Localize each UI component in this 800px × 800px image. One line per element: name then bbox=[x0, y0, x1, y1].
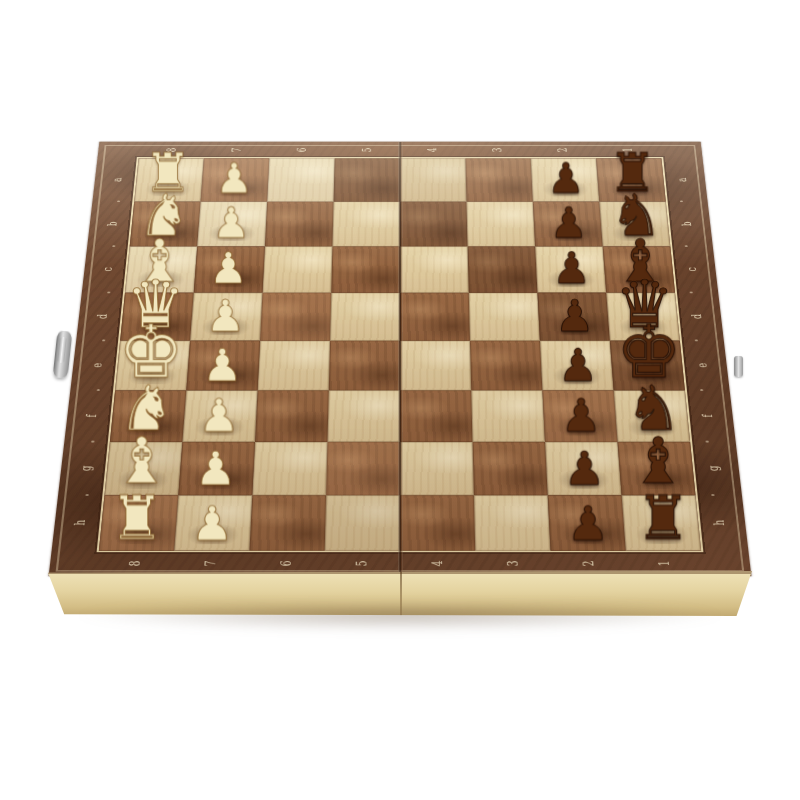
piece-white-pawn-a7: ♟ bbox=[215, 159, 252, 199]
square-g2: ♟ bbox=[545, 442, 622, 495]
piece-black-pawn-d2: ♟ bbox=[555, 295, 594, 337]
border-dot bbox=[685, 245, 688, 247]
square-h8: ♜ bbox=[99, 495, 178, 550]
border-dot bbox=[91, 441, 94, 443]
square-f5 bbox=[327, 390, 400, 441]
square-a2: ♟ bbox=[531, 158, 600, 201]
coord-left-file-d: d bbox=[85, 293, 120, 341]
square-g6 bbox=[252, 442, 327, 495]
square-f3 bbox=[471, 390, 545, 441]
square-c3 bbox=[468, 246, 538, 292]
square-e3 bbox=[470, 341, 542, 391]
square-c2: ♟ bbox=[535, 246, 606, 292]
chess-board: ♜♟♟♜♞♟♟♞♝♟♟♝♛♟♟♛♚♟♟♚♞♟♟♞♝♟♟♝♜♟♟♜ 8765432… bbox=[49, 142, 752, 577]
square-h5 bbox=[325, 495, 400, 550]
coord-bottom-rank-3: 3 bbox=[475, 553, 551, 574]
coord-left-file-c: c bbox=[91, 246, 125, 292]
piece-black-pawn-b2: ♟ bbox=[550, 203, 588, 243]
coord-top-rank-7: 7 bbox=[204, 143, 270, 156]
square-c5 bbox=[331, 246, 400, 292]
piece-white-pawn-f7: ♟ bbox=[199, 395, 240, 438]
piece-white-pawn-e7: ♟ bbox=[202, 344, 242, 386]
square-a4 bbox=[400, 158, 466, 201]
square-e2: ♟ bbox=[540, 341, 614, 391]
square-e7: ♟ bbox=[186, 341, 260, 391]
piece-white-pawn-g7: ♟ bbox=[195, 447, 237, 491]
piece-white-rook-h8: ♜ bbox=[110, 489, 164, 546]
square-f6 bbox=[255, 390, 329, 441]
border-dot bbox=[705, 441, 708, 443]
border-dot bbox=[700, 389, 703, 391]
piece-white-pawn-d7: ♟ bbox=[206, 295, 245, 337]
piece-black-pawn-g2: ♟ bbox=[564, 447, 606, 491]
coord-right-file-g: g bbox=[695, 442, 732, 495]
coord-right-file-a: a bbox=[666, 158, 699, 201]
square-c6 bbox=[262, 246, 332, 292]
square-b5 bbox=[332, 202, 400, 247]
square-g5 bbox=[326, 442, 400, 495]
coord-left-file-g: g bbox=[68, 442, 105, 495]
coord-bottom-rank-6: 6 bbox=[248, 553, 324, 574]
coord-bottom-rank-7: 7 bbox=[172, 553, 249, 574]
coord-top-rank-3: 3 bbox=[465, 143, 531, 156]
coord-right-file-c: c bbox=[675, 246, 709, 292]
coord-left-file-b: b bbox=[96, 202, 130, 247]
piece-black-pawn-f2: ♟ bbox=[561, 395, 602, 438]
coord-top-rank-4: 4 bbox=[400, 143, 465, 156]
square-h7: ♟ bbox=[174, 495, 252, 550]
square-e4 bbox=[400, 341, 471, 391]
square-g3 bbox=[473, 442, 548, 495]
coord-right-file-h: h bbox=[701, 495, 739, 550]
square-h6 bbox=[249, 495, 326, 550]
square-d2: ♟ bbox=[538, 293, 610, 341]
border-dot bbox=[711, 494, 714, 496]
coord-bottom-rank-5: 5 bbox=[324, 553, 400, 574]
piece-black-pawn-c2: ♟ bbox=[552, 248, 591, 289]
square-b2: ♟ bbox=[533, 202, 603, 247]
coord-left-file-f: f bbox=[74, 390, 110, 441]
square-d7: ♟ bbox=[190, 293, 262, 341]
piece-black-pawn-h2: ♟ bbox=[567, 501, 609, 546]
hinge-pin-right-icon bbox=[734, 356, 743, 377]
coord-top-rank-8: 8 bbox=[139, 143, 205, 156]
square-d5 bbox=[330, 293, 400, 341]
piece-black-pawn-e2: ♟ bbox=[558, 344, 598, 386]
piece-white-pawn-c7: ♟ bbox=[209, 248, 248, 289]
coord-top-rank-6: 6 bbox=[269, 143, 335, 156]
border-dot bbox=[97, 389, 100, 391]
square-b4 bbox=[400, 202, 468, 247]
coord-top-rank-2: 2 bbox=[530, 143, 596, 156]
chess-set-photo: ♜♟♟♜♞♟♟♞♝♟♟♝♛♟♟♛♚♟♟♚♞♟♟♞♝♟♟♝♜♟♟♜ 8765432… bbox=[50, 102, 750, 582]
square-f7: ♟ bbox=[182, 390, 257, 441]
coord-right-file-b: b bbox=[671, 202, 705, 247]
border-dot bbox=[85, 494, 88, 496]
square-d4 bbox=[400, 293, 470, 341]
square-h1: ♜ bbox=[622, 495, 701, 550]
square-h2: ♟ bbox=[548, 495, 626, 550]
border-dot bbox=[680, 200, 683, 202]
drop-shadow bbox=[70, 604, 730, 632]
square-h4 bbox=[400, 495, 475, 550]
square-h3 bbox=[474, 495, 551, 550]
square-b6 bbox=[265, 202, 334, 247]
coord-right-file-d: d bbox=[680, 293, 715, 341]
square-a7: ♟ bbox=[201, 158, 270, 201]
square-a3 bbox=[465, 158, 533, 201]
coord-left-file-h: h bbox=[61, 495, 99, 550]
piece-black-rook-h1: ♜ bbox=[636, 489, 690, 546]
square-b7: ♟ bbox=[197, 202, 267, 247]
piece-black-pawn-a2: ♟ bbox=[547, 159, 584, 199]
border-dot bbox=[690, 292, 693, 294]
coord-bottom-rank-1: 1 bbox=[626, 553, 703, 574]
square-c7: ♟ bbox=[194, 246, 265, 292]
square-f4 bbox=[400, 390, 473, 441]
square-g7: ♟ bbox=[178, 442, 255, 495]
square-e5 bbox=[329, 341, 400, 391]
square-d3 bbox=[469, 293, 540, 341]
square-a5 bbox=[334, 158, 400, 201]
piece-white-pawn-h7: ♟ bbox=[191, 501, 233, 546]
square-g4 bbox=[400, 442, 474, 495]
border-dot bbox=[695, 339, 698, 341]
coord-left-file-a: a bbox=[101, 158, 134, 201]
coord-bottom-rank-2: 2 bbox=[551, 553, 628, 574]
coord-top-rank-5: 5 bbox=[335, 143, 400, 156]
coord-bottom-rank-8: 8 bbox=[97, 553, 174, 574]
coord-bottom-rank-4: 4 bbox=[400, 553, 476, 574]
coord-top-rank-1: 1 bbox=[595, 143, 661, 156]
square-c4 bbox=[400, 246, 469, 292]
square-b3 bbox=[466, 202, 535, 247]
square-a6 bbox=[267, 158, 335, 201]
hinge-seam bbox=[398, 142, 403, 577]
coord-right-file-e: e bbox=[685, 341, 721, 391]
square-e6 bbox=[258, 341, 330, 391]
square-f2: ♟ bbox=[542, 390, 617, 441]
piece-white-pawn-b7: ♟ bbox=[212, 203, 250, 243]
square-d6 bbox=[260, 293, 331, 341]
coord-right-file-f: f bbox=[690, 390, 726, 441]
coord-left-file-e: e bbox=[79, 341, 115, 391]
